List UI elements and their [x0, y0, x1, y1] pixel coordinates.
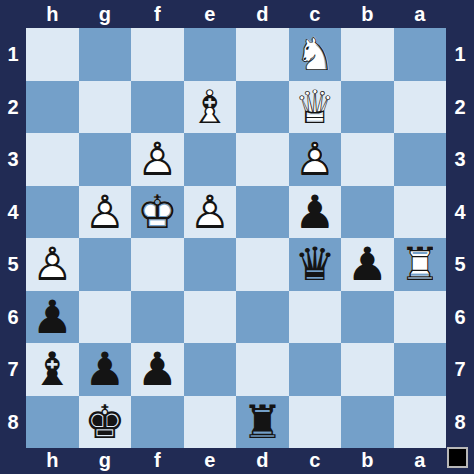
file-label-d: d: [236, 0, 289, 28]
chess-board: ♞♘♝♗♛♕♟♙♟♙♟♙♚♔♟♙♟♟♙♛♟♜♖♟♝♟♟♚♜: [26, 28, 446, 448]
file-label-e: e: [184, 0, 237, 28]
square-c8[interactable]: [289, 396, 342, 449]
white-queen: ♛♕: [289, 81, 342, 134]
square-h3[interactable]: [26, 133, 79, 186]
square-e6[interactable]: [184, 291, 237, 344]
rank-label-4: 4: [446, 186, 474, 239]
square-a6[interactable]: [394, 291, 447, 344]
square-f2[interactable]: [131, 81, 184, 134]
file-label-c: c: [289, 446, 342, 474]
square-e5[interactable]: [184, 238, 237, 291]
square-a1[interactable]: [394, 28, 447, 81]
square-f3[interactable]: ♟♙: [131, 133, 184, 186]
white-pawn: ♟♙: [131, 133, 184, 186]
square-e4[interactable]: ♟♙: [184, 186, 237, 239]
rank-label-4: 4: [0, 186, 26, 239]
rank-label-5: 5: [0, 238, 26, 291]
square-d3[interactable]: [236, 133, 289, 186]
square-h7[interactable]: ♝: [26, 343, 79, 396]
white-rook: ♜♖: [394, 238, 447, 291]
black-bishop: ♝: [26, 343, 79, 396]
square-c1[interactable]: ♞♘: [289, 28, 342, 81]
rank-label-2: 2: [446, 81, 474, 134]
rank-label-6: 6: [446, 291, 474, 344]
rank-label-7: 7: [446, 343, 474, 396]
square-b8[interactable]: [341, 396, 394, 449]
square-e2[interactable]: ♝♗: [184, 81, 237, 134]
square-b7[interactable]: [341, 343, 394, 396]
square-f8[interactable]: [131, 396, 184, 449]
rank-labels-left: 12345678: [0, 28, 26, 448]
rank-label-8: 8: [0, 396, 26, 449]
square-h6[interactable]: ♟: [26, 291, 79, 344]
white-pawn: ♟♙: [289, 133, 342, 186]
square-b1[interactable]: [341, 28, 394, 81]
square-d8[interactable]: ♜: [236, 396, 289, 449]
square-c3[interactable]: ♟♙: [289, 133, 342, 186]
square-g6[interactable]: [79, 291, 132, 344]
square-e7[interactable]: [184, 343, 237, 396]
square-e8[interactable]: [184, 396, 237, 449]
file-labels-bottom: hgfedcba: [26, 446, 446, 474]
file-label-c: c: [289, 0, 342, 28]
square-g2[interactable]: [79, 81, 132, 134]
square-g4[interactable]: ♟♙: [79, 186, 132, 239]
square-g5[interactable]: [79, 238, 132, 291]
file-label-f: f: [131, 0, 184, 28]
file-label-a: a: [394, 446, 447, 474]
square-h8[interactable]: [26, 396, 79, 449]
square-d6[interactable]: [236, 291, 289, 344]
square-c7[interactable]: [289, 343, 342, 396]
rank-label-6: 6: [0, 291, 26, 344]
rank-label-2: 2: [0, 81, 26, 134]
file-label-h: h: [26, 0, 79, 28]
white-pawn: ♟♙: [26, 238, 79, 291]
black-pawn: ♟: [289, 186, 342, 239]
white-bishop: ♝♗: [184, 81, 237, 134]
square-g7[interactable]: ♟: [79, 343, 132, 396]
file-label-d: d: [236, 446, 289, 474]
square-f7[interactable]: ♟: [131, 343, 184, 396]
square-g1[interactable]: [79, 28, 132, 81]
square-f4[interactable]: ♚♔: [131, 186, 184, 239]
black-pawn: ♟: [79, 343, 132, 396]
rank-label-1: 1: [446, 28, 474, 81]
square-c5[interactable]: ♛: [289, 238, 342, 291]
file-label-g: g: [79, 446, 132, 474]
black-queen: ♛: [289, 238, 342, 291]
rank-label-8: 8: [446, 396, 474, 449]
square-a7[interactable]: [394, 343, 447, 396]
square-c4[interactable]: ♟: [289, 186, 342, 239]
square-b6[interactable]: [341, 291, 394, 344]
square-d1[interactable]: [236, 28, 289, 81]
square-d7[interactable]: [236, 343, 289, 396]
square-b4[interactable]: [341, 186, 394, 239]
rank-label-5: 5: [446, 238, 474, 291]
black-pawn: ♟: [131, 343, 184, 396]
square-a8[interactable]: [394, 396, 447, 449]
square-h5[interactable]: ♟♙: [26, 238, 79, 291]
white-knight: ♞♘: [289, 28, 342, 81]
square-a3[interactable]: [394, 133, 447, 186]
square-g3[interactable]: [79, 133, 132, 186]
black-king: ♚: [79, 396, 132, 449]
square-d4[interactable]: [236, 186, 289, 239]
chess-diagram: hgfedcba hgfedcba 12345678 12345678 ♞♘♝♗…: [0, 0, 474, 474]
square-g8[interactable]: ♚: [79, 396, 132, 449]
rank-label-3: 3: [0, 133, 26, 186]
rank-label-3: 3: [446, 133, 474, 186]
file-label-a: a: [394, 0, 447, 28]
file-labels-top: hgfedcba: [26, 0, 446, 28]
white-pawn: ♟♙: [79, 186, 132, 239]
square-b3[interactable]: [341, 133, 394, 186]
square-e1[interactable]: [184, 28, 237, 81]
square-h2[interactable]: [26, 81, 79, 134]
file-label-b: b: [341, 0, 394, 28]
square-a2[interactable]: [394, 81, 447, 134]
file-label-b: b: [341, 446, 394, 474]
black-pawn: ♟: [26, 291, 79, 344]
square-b5[interactable]: ♟: [341, 238, 394, 291]
white-pawn: ♟♙: [184, 186, 237, 239]
rank-label-1: 1: [0, 28, 26, 81]
square-h1[interactable]: [26, 28, 79, 81]
square-h4[interactable]: [26, 186, 79, 239]
square-e3[interactable]: [184, 133, 237, 186]
file-label-g: g: [79, 0, 132, 28]
black-to-move-indicator-icon: [447, 447, 468, 468]
square-f1[interactable]: [131, 28, 184, 81]
white-king: ♚♔: [131, 186, 184, 239]
square-b2[interactable]: [341, 81, 394, 134]
black-pawn: ♟: [341, 238, 394, 291]
square-c6[interactable]: [289, 291, 342, 344]
square-d5[interactable]: [236, 238, 289, 291]
square-f5[interactable]: [131, 238, 184, 291]
file-label-e: e: [184, 446, 237, 474]
square-c2[interactable]: ♛♕: [289, 81, 342, 134]
file-label-f: f: [131, 446, 184, 474]
square-d2[interactable]: [236, 81, 289, 134]
rank-label-7: 7: [0, 343, 26, 396]
square-a5[interactable]: ♜♖: [394, 238, 447, 291]
square-a4[interactable]: [394, 186, 447, 239]
square-f6[interactable]: [131, 291, 184, 344]
black-rook: ♜: [236, 396, 289, 449]
file-label-h: h: [26, 446, 79, 474]
rank-labels-right: 12345678: [446, 28, 474, 448]
